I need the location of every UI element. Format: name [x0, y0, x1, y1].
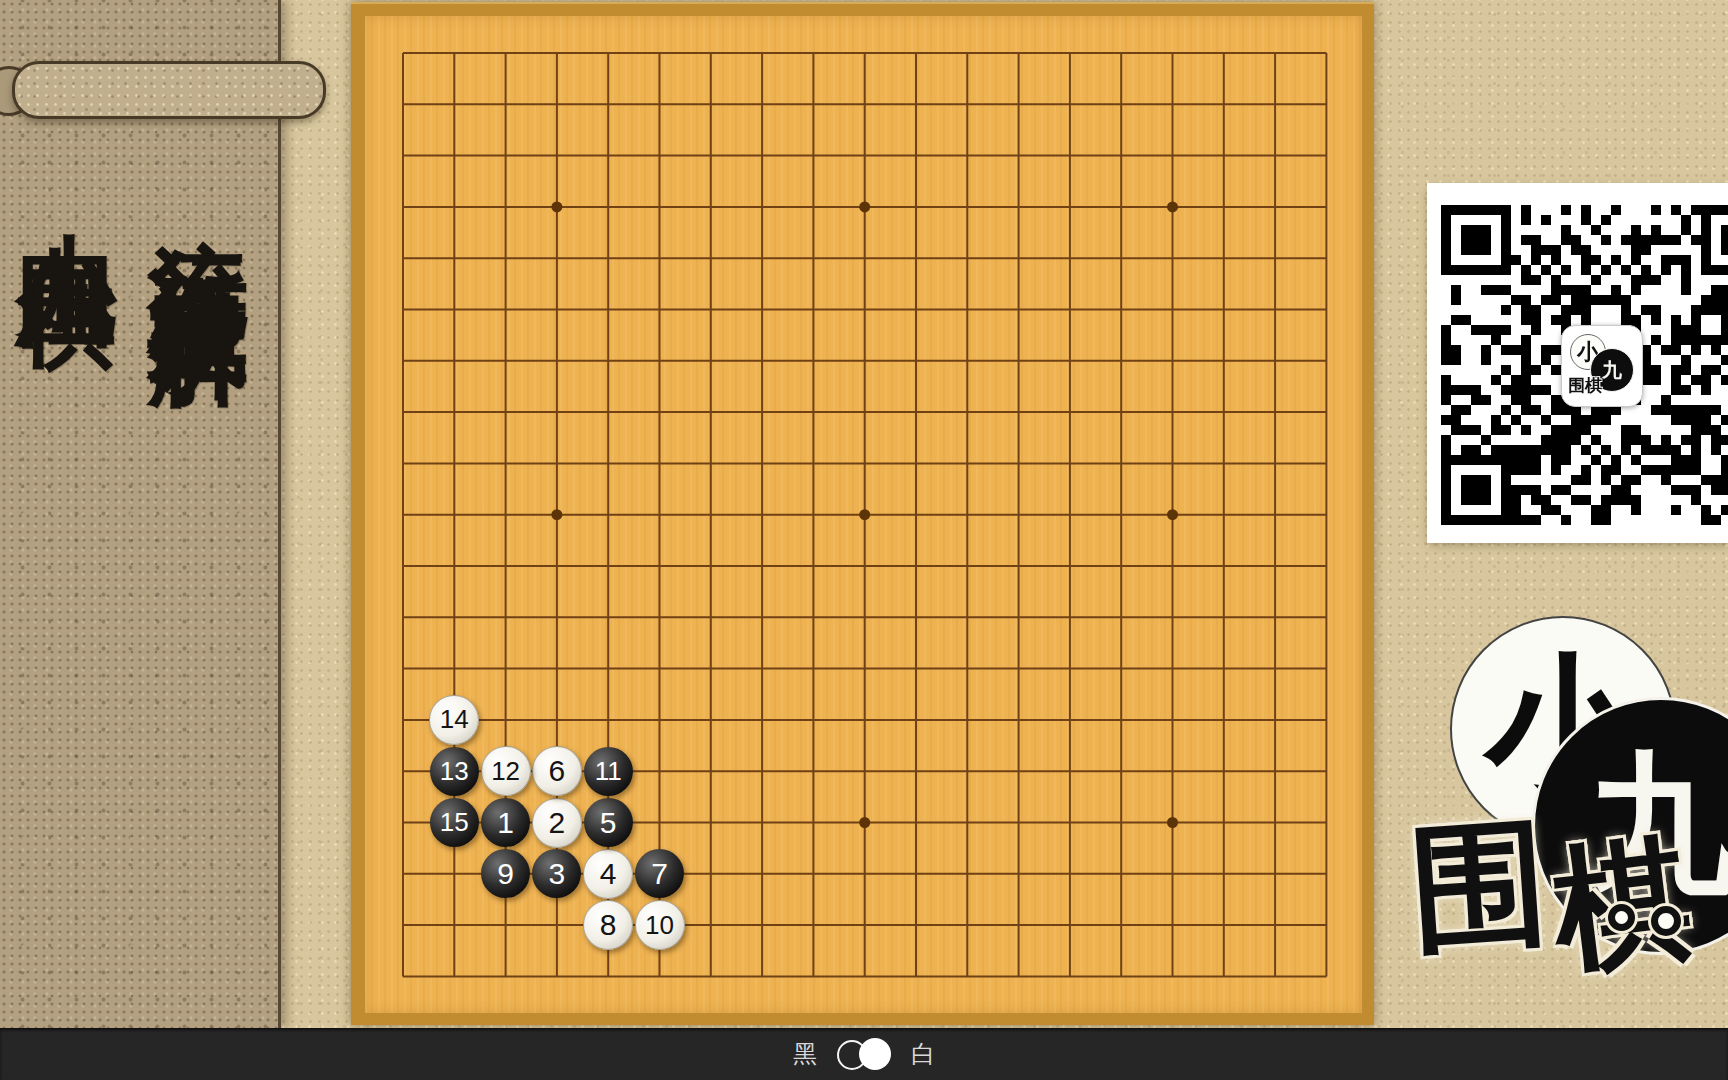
stone-number: 2	[549, 806, 566, 840]
star-point	[551, 201, 562, 212]
stone-4: 4	[583, 849, 633, 899]
qr-badge-weiqi-text: 围棋	[1568, 374, 1602, 397]
star-point	[1167, 509, 1178, 520]
black-side-label: 黑	[793, 1038, 817, 1070]
stone-11: 11	[584, 747, 633, 796]
scroll-rod	[12, 61, 326, 119]
star-point	[551, 509, 562, 520]
scroll-title-brand: 小九围棋	[16, 152, 116, 204]
title-scroll: 流行新定式讲解 小九围棋	[0, 0, 281, 1028]
scroll-title-main: 流行新定式讲解	[148, 156, 248, 247]
stone-2: 2	[532, 798, 582, 848]
color-toggle[interactable]	[837, 1038, 891, 1070]
stone-1: 1	[481, 798, 530, 847]
stone-number: 4	[600, 857, 617, 891]
stone-number: 12	[491, 756, 520, 787]
star-point	[859, 509, 870, 520]
stone-number: 14	[440, 704, 469, 735]
bottom-bar: 黑 白	[0, 1028, 1728, 1080]
stone-6: 6	[532, 746, 582, 796]
stone-number: 3	[549, 857, 566, 891]
stone-number: 13	[440, 756, 469, 787]
stone-number: 15	[440, 807, 469, 838]
stone-5: 5	[584, 798, 633, 847]
star-point	[1167, 201, 1178, 212]
stone-number: 9	[497, 857, 514, 891]
go-board: 123456789101112131415	[351, 2, 1374, 1025]
toggle-white-stone-icon	[859, 1038, 891, 1070]
star-point	[859, 201, 870, 212]
logo-calligraphy-wei: 围	[1404, 789, 1555, 984]
stone-14: 14	[429, 695, 479, 745]
stone-number: 8	[600, 908, 617, 942]
white-side-label: 白	[911, 1038, 935, 1070]
stone-number: 7	[651, 857, 668, 891]
stone-number: 10	[645, 910, 674, 941]
page: 流行新定式讲解 小九围棋 123456789101112131415 小 九 围…	[0, 0, 1728, 1080]
stone-15: 15	[430, 798, 479, 847]
star-point	[1167, 817, 1178, 828]
logo-dot	[1608, 904, 1635, 931]
stone-12: 12	[481, 746, 531, 796]
qr-center-badge: 小 九 围棋	[1561, 325, 1643, 407]
star-point	[859, 817, 870, 828]
stone-number: 1	[497, 806, 514, 840]
board-face[interactable]: 123456789101112131415	[365, 16, 1362, 1013]
stone-number: 6	[549, 754, 566, 788]
stone-number: 11	[595, 756, 622, 787]
logo-dot	[1651, 906, 1681, 936]
qr-panel: 小 九 围棋	[1427, 183, 1728, 543]
stone-10: 10	[635, 900, 685, 950]
stone-number: 5	[600, 806, 617, 840]
stone-13: 13	[430, 747, 479, 796]
stone-7: 7	[635, 849, 684, 898]
stone-8: 8	[583, 900, 633, 950]
brand-logo: 小 九 围 棋	[1408, 598, 1728, 1018]
